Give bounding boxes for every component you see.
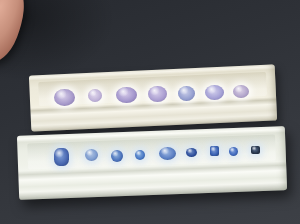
top-tray-gem-1 <box>54 89 75 106</box>
bottom-tray-gem-8 <box>229 147 238 156</box>
photo-scene <box>0 0 300 224</box>
top-tray-gem-7 <box>233 85 249 98</box>
top-tray-gem-2 <box>88 89 102 102</box>
bottom-tray-gem-9 <box>251 146 260 154</box>
bottom-tray-gem-2 <box>85 149 98 161</box>
bottom-tray-gem-1 <box>54 148 69 166</box>
gem-layer <box>0 0 300 224</box>
top-tray-gem-3 <box>116 87 137 103</box>
bottom-tray-gem-6 <box>186 148 197 157</box>
bottom-tray-gem-3 <box>111 150 123 162</box>
bottom-tray-gem-5 <box>159 147 176 160</box>
bottom-tray-gem-4 <box>135 150 145 160</box>
bottom-tray-gem-7 <box>210 146 219 156</box>
top-tray-gem-5 <box>178 86 195 101</box>
top-tray-gem-6 <box>205 85 224 100</box>
top-tray-gem-4 <box>148 86 167 102</box>
